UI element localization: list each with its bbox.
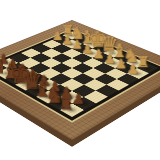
piece-white-pawn: ♟ bbox=[116, 57, 128, 70]
piece-black-pawn: ♟ bbox=[72, 91, 85, 106]
piece-black-rook: ♜ bbox=[59, 96, 75, 113]
chess-set-photo: ♜♞♝♚♛♝♞♜♟♟♟♟♟♟♟♟♟♟♟♟♟♟♟♟♜♞♝♚♛♝♞♜ bbox=[0, 0, 160, 160]
piece-white-pawn: ♟ bbox=[83, 43, 94, 55]
piece-white-pawn: ♟ bbox=[104, 52, 116, 65]
piece-white-pawn: ♟ bbox=[93, 47, 104, 60]
square-f4 bbox=[51, 53, 72, 63]
maple-pinstripe: ♜♞♝♚♛♝♞♜♟♟♟♟♟♟♟♟♟♟♟♟♟♟♟♟♜♞♝♚♛♝♞♜ bbox=[0, 28, 160, 122]
chess-board-3d: ♜♞♝♚♛♝♞♜♟♟♟♟♟♟♟♟♟♟♟♟♟♟♟♟♜♞♝♚♛♝♞♜ bbox=[0, 20, 160, 140]
walnut-frame: ♜♞♝♚♛♝♞♜♟♟♟♟♟♟♟♟♟♟♟♟♟♟♟♟♜♞♝♚♛♝♞♜ bbox=[0, 20, 160, 140]
square-a1: ♜ bbox=[137, 63, 159, 73]
piece-white-pawn: ♟ bbox=[128, 62, 140, 75]
